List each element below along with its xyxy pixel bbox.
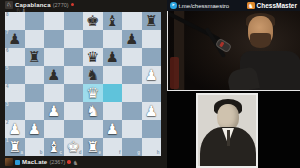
- square-h7[interactable]: [142, 30, 162, 48]
- square-d3[interactable]: [64, 102, 84, 120]
- piece-black-pawn[interactable]: ♟: [125, 30, 138, 48]
- square-a4[interactable]: 4: [5, 84, 25, 102]
- square-c2[interactable]: [44, 120, 64, 138]
- square-g4[interactable]: [122, 84, 142, 102]
- piece-white-bishop[interactable]: ♝: [47, 138, 60, 156]
- square-e7[interactable]: [83, 30, 103, 48]
- photo-strip: [167, 91, 300, 168]
- square-b1[interactable]: b: [25, 138, 45, 156]
- coord-file-h: h: [157, 151, 160, 156]
- square-a2[interactable]: ♟2: [5, 120, 25, 138]
- square-a5[interactable]: 5: [5, 66, 25, 84]
- chess-board[interactable]: 8♚♝♜♟7♟6♜♛♟5♟♞♟4♛3♟♞♟♟2♟♟♜1ab♝c♚d♜efgh: [5, 12, 161, 156]
- piece-white-queen[interactable]: ♛: [86, 84, 99, 102]
- square-h1[interactable]: h: [142, 138, 162, 156]
- square-d4[interactable]: [64, 84, 84, 102]
- piece-black-pawn[interactable]: ♟: [47, 66, 60, 84]
- game-panel: ♘ Capablanca (2770) ♘♗ 8♚♝♜♟7♟6♜♛♟5♟♞♟4♛…: [0, 0, 167, 168]
- square-e3[interactable]: ♞: [83, 102, 103, 120]
- square-d8[interactable]: [64, 12, 84, 30]
- telegram-icon: ➤: [170, 2, 177, 9]
- piece-white-pawn[interactable]: ♟: [106, 120, 119, 138]
- square-c3[interactable]: ♟: [44, 102, 64, 120]
- square-e8[interactable]: ♚: [83, 12, 103, 30]
- microphone-icon: [215, 38, 232, 54]
- coord-file-b: b: [40, 151, 43, 156]
- square-h5[interactable]: ♟: [142, 66, 162, 84]
- square-a6[interactable]: 6: [5, 48, 25, 66]
- square-g5[interactable]: [122, 66, 142, 84]
- square-f5[interactable]: [103, 66, 123, 84]
- square-e2[interactable]: [83, 120, 103, 138]
- capablanca-portrait-photo: [196, 93, 258, 168]
- coord-rank-1: 1: [6, 139, 9, 144]
- square-a1[interactable]: ♜1a: [5, 138, 25, 156]
- piece-black-knight[interactable]: ♞: [86, 66, 99, 84]
- square-c6[interactable]: [44, 48, 64, 66]
- piece-black-bishop[interactable]: ♝: [106, 12, 119, 30]
- square-d6[interactable]: [64, 48, 84, 66]
- webcam-video: [167, 11, 300, 91]
- player-piece-icon: ♞: [73, 159, 78, 166]
- square-a3[interactable]: 3: [5, 102, 25, 120]
- piece-white-rook[interactable]: ♜: [86, 138, 99, 156]
- coord-rank-4: 4: [6, 85, 9, 90]
- square-b4[interactable]: [25, 84, 45, 102]
- square-g8[interactable]: [122, 12, 142, 30]
- title-badge-icon: [15, 160, 20, 165]
- player-rating-top: (2770): [53, 2, 69, 8]
- piece-white-pawn[interactable]: ♟: [145, 66, 158, 84]
- square-e4[interactable]: ♛: [83, 84, 103, 102]
- square-e5[interactable]: ♞: [83, 66, 103, 84]
- square-b5[interactable]: [25, 66, 45, 84]
- square-b8[interactable]: [25, 12, 45, 30]
- telegram-link-group: ➤ t.me/chessmaestro: [170, 2, 229, 9]
- square-b6[interactable]: ♜: [25, 48, 45, 66]
- coord-rank-2: 2: [6, 121, 9, 126]
- square-f4[interactable]: [103, 84, 123, 102]
- player-rating-bottom: (2367): [49, 159, 65, 165]
- piece-black-rook[interactable]: ♜: [145, 12, 158, 30]
- player-avatar-bottom: [5, 158, 13, 166]
- square-g2[interactable]: [122, 120, 142, 138]
- coord-rank-7: 7: [6, 31, 9, 36]
- square-h4[interactable]: [142, 84, 162, 102]
- piece-black-pawn[interactable]: ♟: [106, 48, 119, 66]
- brand-logo: ♞ ChessMaster: [247, 2, 297, 10]
- telegram-link: t.me/chessmaestro: [179, 3, 230, 9]
- coord-rank-8: 8: [6, 13, 9, 18]
- square-b3[interactable]: [25, 102, 45, 120]
- coord-rank-3: 3: [6, 103, 9, 108]
- red-object: [170, 57, 179, 89]
- square-c1[interactable]: ♝c: [44, 138, 64, 156]
- square-d2[interactable]: [64, 120, 84, 138]
- square-f1[interactable]: f: [103, 138, 123, 156]
- piece-black-king[interactable]: ♚: [86, 12, 99, 30]
- square-e1[interactable]: ♜e: [83, 138, 103, 156]
- square-g3[interactable]: [122, 102, 142, 120]
- square-h8[interactable]: ♜: [142, 12, 162, 30]
- player-bar-bottom: MacLate (2367) ♞: [5, 157, 78, 167]
- coord-file-c: c: [59, 151, 62, 156]
- square-f2[interactable]: ♟: [103, 120, 123, 138]
- square-c7[interactable]: [44, 30, 64, 48]
- square-c5[interactable]: ♟: [44, 66, 64, 84]
- square-g7[interactable]: ♟: [122, 30, 142, 48]
- coord-file-e: e: [98, 151, 101, 156]
- square-d7[interactable]: [64, 30, 84, 48]
- streamer-shoulder: [226, 66, 260, 91]
- right-panel: ➤ t.me/chessmaestro ♞ ChessMaster: [167, 0, 300, 168]
- square-f8[interactable]: ♝: [103, 12, 123, 30]
- square-f7[interactable]: [103, 30, 123, 48]
- square-c8[interactable]: [44, 12, 64, 30]
- piece-black-queen[interactable]: ♛: [86, 48, 99, 66]
- coord-file-f: f: [119, 151, 121, 156]
- piece-white-knight[interactable]: ♞: [86, 102, 99, 120]
- player-name-bottom[interactable]: MacLate: [22, 159, 47, 165]
- stream-info-bar: ➤ t.me/chessmaestro ♞ ChessMaster: [167, 0, 300, 11]
- square-b2[interactable]: ♟: [25, 120, 45, 138]
- coord-file-g: g: [137, 151, 140, 156]
- square-h2[interactable]: [142, 120, 162, 138]
- piece-white-rook[interactable]: ♜: [8, 138, 21, 156]
- square-h6[interactable]: [142, 48, 162, 66]
- stream-frame: ♘ Capablanca (2770) ♘♗ 8♚♝♜♟7♟6♜♛♟5♟♞♟4♛…: [0, 0, 300, 168]
- coord-file-d: d: [79, 151, 82, 156]
- brand-knight-icon: ♞: [247, 2, 255, 10]
- square-h3[interactable]: ♟: [142, 102, 162, 120]
- piece-white-pawn[interactable]: ♟: [145, 102, 158, 120]
- coord-rank-5: 5: [6, 67, 9, 72]
- coord-file-a: a: [20, 151, 23, 156]
- piece-white-pawn[interactable]: ♟: [47, 102, 60, 120]
- status-dot-top: [71, 3, 75, 7]
- square-f3[interactable]: [103, 102, 123, 120]
- microphone-red-band: [219, 42, 224, 48]
- square-d5[interactable]: [64, 66, 84, 84]
- streamer-beard: [250, 33, 271, 48]
- coord-rank-6: 6: [6, 49, 9, 54]
- square-b7[interactable]: [25, 30, 45, 48]
- square-f6[interactable]: ♟: [103, 48, 123, 66]
- square-e6[interactable]: ♛: [83, 48, 103, 66]
- player-avatar-top: ♘: [5, 1, 13, 9]
- square-d1[interactable]: ♚d: [64, 138, 84, 156]
- square-a8[interactable]: 8: [5, 12, 25, 30]
- status-dot-bottom: [67, 160, 71, 164]
- portrait-tie: [227, 130, 230, 146]
- square-a7[interactable]: ♟7: [5, 30, 25, 48]
- square-g1[interactable]: g: [122, 138, 142, 156]
- brand-name: ChessMaster: [257, 2, 297, 9]
- piece-white-pawn[interactable]: ♟: [28, 120, 41, 138]
- square-g6[interactable]: [122, 48, 142, 66]
- piece-black-pawn[interactable]: ♟: [8, 30, 21, 48]
- piece-white-pawn[interactable]: ♟: [8, 120, 21, 138]
- square-c4[interactable]: [44, 84, 64, 102]
- piece-black-rook[interactable]: ♜: [28, 48, 41, 66]
